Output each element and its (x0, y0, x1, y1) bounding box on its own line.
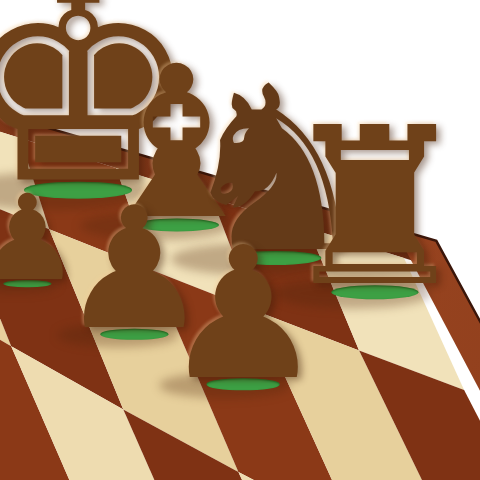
piece-pawn-f2: ♟ (162, 223, 325, 405)
chess-product-photo: ♚♝♞♟♜♟♟ (0, 0, 480, 480)
